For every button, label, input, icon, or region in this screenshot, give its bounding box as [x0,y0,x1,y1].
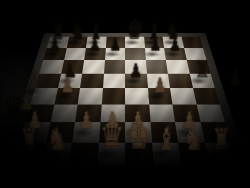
black-pawn-glyph: ♟ [228,69,241,89]
white-knight-glyph: ♞ [183,124,204,155]
white-bishop-glyph: ♝ [25,66,42,91]
black-pawn-glyph: ♟ [109,37,121,55]
piece-white-knight[interactable]: ♞ [41,142,72,165]
white-pawn-glyph: ♟ [153,76,167,96]
white-knight-glyph: ♞ [46,124,67,155]
white-pawn-glyph: ♟ [79,110,94,133]
white-king-glyph: ♚ [126,117,151,154]
black-pawn-glyph: ♟ [149,37,161,55]
piece-white-rook[interactable]: ♜ [204,142,237,165]
piece-black-pawn[interactable]: ♟ [43,48,66,60]
chess-scene: ♜♞♝♚♝♞♟♟♟♟♟♟♟♜♟♟♟♟♟♟♟♜♞♛♚♝♞♜♝♟♛♟ [0,0,250,188]
black-queen-glyph: ♛ [3,92,25,125]
piece-black-pawn[interactable]: ♟ [164,48,186,60]
black-knight-glyph: ♞ [70,21,85,42]
white-rook-glyph: ♜ [211,125,231,154]
white-queen-glyph: ♛ [99,119,123,154]
black-pawn-glyph: ♟ [89,37,101,55]
white-bishop-glyph: ♝ [156,124,177,155]
black-king-glyph: ♚ [126,17,144,43]
pieces-layer: ♜♞♝♚♝♞♟♟♟♟♟♟♟♜♟♟♟♟♟♟♟♜♞♛♚♝♞♜♝♟♛♟ [12,37,237,165]
captured-piece-black-pawn: ♟ [220,80,248,95]
board-plane: ♜♞♝♚♝♞♟♟♟♟♟♟♟♜♟♟♟♟♟♟♟♜♞♛♚♝♞♜♝♟♛♟ [0,33,250,174]
scene-3d: ♜♞♝♚♝♞♟♟♟♟♟♟♟♜♟♟♟♟♟♟♟♜♞♛♚♝♞♜♝♟♛♟ [0,0,250,188]
piece-black-rook[interactable]: ♜ [189,73,215,88]
piece-black-pawn[interactable]: ♟ [105,48,125,60]
black-pawn-glyph: ♟ [129,62,142,81]
perspective-stretch: ♜♞♝♚♝♞♟♟♟♟♟♟♟♜♟♟♟♟♟♟♟♜♞♛♚♝♞♜♝♟♛♟ [0,0,250,188]
black-pawn-glyph: ♟ [169,37,181,55]
white-pawn-glyph: ♟ [60,76,74,96]
piece-white-pawn[interactable]: ♟ [148,88,173,104]
piece-white-pawn[interactable]: ♟ [54,88,80,104]
black-rook-glyph: ♜ [194,58,210,81]
black-pawn-glyph: ♟ [49,37,61,55]
piece-black-pawn[interactable]: ♟ [125,73,148,88]
white-rook-glyph: ♜ [19,125,39,154]
